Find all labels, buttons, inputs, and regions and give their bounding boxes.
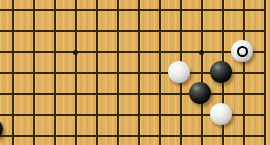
star-point <box>199 50 204 55</box>
white-stone <box>168 61 190 83</box>
white-stone <box>210 103 232 125</box>
grid-line-horizontal <box>0 9 266 11</box>
black-stone <box>210 61 232 83</box>
go-app-screenshot <box>0 0 270 145</box>
grid-line-vertical <box>96 0 98 145</box>
grid-line-vertical <box>201 0 203 145</box>
grid-line-vertical <box>138 0 140 145</box>
grid-line-vertical <box>54 0 56 145</box>
grid-line-vertical <box>243 0 245 145</box>
star-point <box>73 50 78 55</box>
grid-line-vertical <box>264 0 266 145</box>
white-stone <box>231 40 253 62</box>
grid-line-vertical <box>33 0 35 145</box>
grid-line-horizontal <box>0 51 266 53</box>
grid-line-vertical <box>12 0 14 145</box>
black-stone <box>189 82 211 104</box>
grid-line-horizontal <box>0 93 266 95</box>
grid-line-horizontal <box>0 30 266 32</box>
grid-line-vertical <box>117 0 119 145</box>
last-move-marker <box>237 46 248 57</box>
grid-line-vertical <box>75 0 77 145</box>
grid-line-horizontal <box>0 135 266 137</box>
grid-line-vertical <box>159 0 161 145</box>
